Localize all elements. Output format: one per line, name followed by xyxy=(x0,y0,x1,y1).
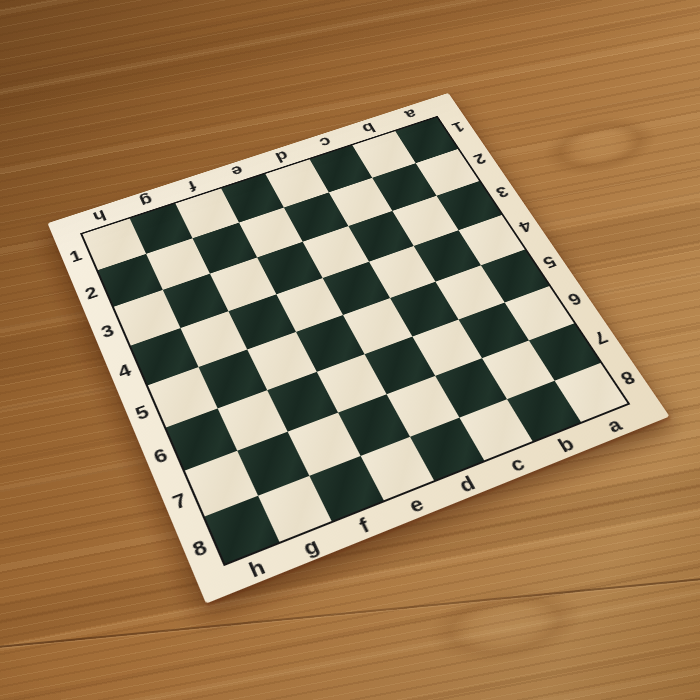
photo-stage: hgfedcba hgfedcba 12345678 12345678 xyxy=(0,0,700,700)
